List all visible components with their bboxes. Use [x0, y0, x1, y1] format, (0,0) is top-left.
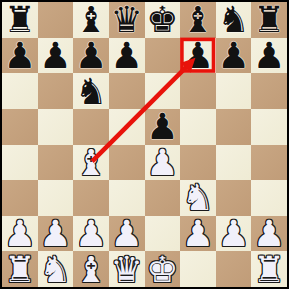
square-a4[interactable]	[2, 145, 38, 181]
square-h4[interactable]	[251, 145, 287, 181]
square-c6[interactable]: ♞	[73, 73, 109, 109]
square-e5[interactable]: ♟	[145, 109, 181, 145]
square-f7[interactable]: ♟	[180, 38, 216, 74]
piece-black-pawn-a7[interactable]: ♟	[4, 38, 36, 73]
square-h3[interactable]	[251, 180, 287, 216]
piece-white-king-e1[interactable]: ♚	[146, 252, 178, 287]
piece-black-pawn-c7[interactable]: ♟	[75, 38, 107, 73]
square-b6[interactable]	[38, 73, 74, 109]
piece-black-queen-d8[interactable]: ♛	[111, 2, 143, 37]
piece-white-pawn-e4[interactable]: ♟	[146, 145, 178, 180]
square-c5[interactable]	[73, 109, 109, 145]
piece-black-rook-a8[interactable]: ♜	[4, 2, 36, 37]
piece-black-pawn-d7[interactable]: ♟	[111, 38, 143, 73]
square-c4[interactable]: ♝	[73, 145, 109, 181]
piece-white-pawn-g2[interactable]: ♟	[217, 216, 249, 251]
square-d3[interactable]	[109, 180, 145, 216]
square-a6[interactable]	[2, 73, 38, 109]
square-c3[interactable]	[73, 180, 109, 216]
chess-board: ♜♝♛♚♝♞♜♟♟♟♟♟♟♟♞♟♝♟♞♟♟♟♟♟♟♟♜♞♝♛♚♜	[2, 2, 287, 287]
piece-black-pawn-b7[interactable]: ♟	[39, 38, 71, 73]
square-a8[interactable]: ♜	[2, 2, 38, 38]
piece-white-pawn-c2[interactable]: ♟	[75, 216, 107, 251]
square-a5[interactable]	[2, 109, 38, 145]
square-b2[interactable]: ♟	[38, 216, 74, 252]
square-a7[interactable]: ♟	[2, 38, 38, 74]
square-h1[interactable]: ♜	[251, 251, 287, 287]
square-g6[interactable]	[216, 73, 252, 109]
square-f4[interactable]	[180, 145, 216, 181]
square-g8[interactable]: ♞	[216, 2, 252, 38]
piece-black-pawn-f7[interactable]: ♟	[182, 38, 214, 73]
square-a3[interactable]	[2, 180, 38, 216]
piece-white-pawn-b2[interactable]: ♟	[39, 216, 71, 251]
piece-white-pawn-f2[interactable]: ♟	[182, 216, 214, 251]
square-b5[interactable]	[38, 109, 74, 145]
square-f1[interactable]	[180, 251, 216, 287]
square-d5[interactable]	[109, 109, 145, 145]
square-c7[interactable]: ♟	[73, 38, 109, 74]
piece-white-bishop-c1[interactable]: ♝	[75, 252, 107, 287]
square-b1[interactable]: ♞	[38, 251, 74, 287]
square-f3[interactable]: ♞	[180, 180, 216, 216]
piece-black-knight-c6[interactable]: ♞	[75, 74, 107, 109]
square-h5[interactable]	[251, 109, 287, 145]
piece-white-knight-b1[interactable]: ♞	[39, 252, 71, 287]
square-d2[interactable]: ♟	[109, 216, 145, 252]
piece-black-pawn-g7[interactable]: ♟	[217, 38, 249, 73]
piece-black-pawn-h7[interactable]: ♟	[253, 38, 285, 73]
square-e6[interactable]	[145, 73, 181, 109]
square-e8[interactable]: ♚	[145, 2, 181, 38]
piece-black-pawn-e5[interactable]: ♟	[146, 109, 178, 144]
square-d6[interactable]	[109, 73, 145, 109]
square-c1[interactable]: ♝	[73, 251, 109, 287]
square-f8[interactable]: ♝	[180, 2, 216, 38]
piece-white-bishop-c4[interactable]: ♝	[75, 145, 107, 180]
square-e1[interactable]: ♚	[145, 251, 181, 287]
square-c2[interactable]: ♟	[73, 216, 109, 252]
piece-black-bishop-f8[interactable]: ♝	[182, 2, 214, 37]
square-d7[interactable]: ♟	[109, 38, 145, 74]
piece-white-rook-h1[interactable]: ♜	[253, 252, 285, 287]
square-g5[interactable]	[216, 109, 252, 145]
piece-black-bishop-c8[interactable]: ♝	[75, 2, 107, 37]
piece-black-king-e8[interactable]: ♚	[146, 2, 178, 37]
square-e7[interactable]	[145, 38, 181, 74]
square-h7[interactable]: ♟	[251, 38, 287, 74]
square-g7[interactable]: ♟	[216, 38, 252, 74]
chess-board-window: ♜♝♛♚♝♞♜♟♟♟♟♟♟♟♞♟♝♟♞♟♟♟♟♟♟♟♜♞♝♛♚♜	[0, 0, 289, 289]
square-h8[interactable]: ♜	[251, 2, 287, 38]
square-d8[interactable]: ♛	[109, 2, 145, 38]
square-g1[interactable]	[216, 251, 252, 287]
square-g2[interactable]: ♟	[216, 216, 252, 252]
piece-white-queen-d1[interactable]: ♛	[111, 252, 143, 287]
square-g4[interactable]	[216, 145, 252, 181]
square-b4[interactable]	[38, 145, 74, 181]
square-d4[interactable]	[109, 145, 145, 181]
square-h6[interactable]	[251, 73, 287, 109]
piece-white-pawn-a2[interactable]: ♟	[4, 216, 36, 251]
piece-black-knight-g8[interactable]: ♞	[217, 2, 249, 37]
square-b7[interactable]: ♟	[38, 38, 74, 74]
square-b3[interactable]	[38, 180, 74, 216]
square-g3[interactable]	[216, 180, 252, 216]
square-f6[interactable]	[180, 73, 216, 109]
square-a1[interactable]: ♜	[2, 251, 38, 287]
square-b8[interactable]	[38, 2, 74, 38]
square-h2[interactable]: ♟	[251, 216, 287, 252]
square-e2[interactable]	[145, 216, 181, 252]
piece-white-knight-f3[interactable]: ♞	[182, 180, 214, 215]
square-c8[interactable]: ♝	[73, 2, 109, 38]
square-e3[interactable]	[145, 180, 181, 216]
square-a2[interactable]: ♟	[2, 216, 38, 252]
square-f2[interactable]: ♟	[180, 216, 216, 252]
square-f5[interactable]	[180, 109, 216, 145]
piece-white-rook-a1[interactable]: ♜	[4, 252, 36, 287]
piece-white-pawn-h2[interactable]: ♟	[253, 216, 285, 251]
piece-black-rook-h8[interactable]: ♜	[253, 2, 285, 37]
square-e4[interactable]: ♟	[145, 145, 181, 181]
square-d1[interactable]: ♛	[109, 251, 145, 287]
piece-white-pawn-d2[interactable]: ♟	[111, 216, 143, 251]
